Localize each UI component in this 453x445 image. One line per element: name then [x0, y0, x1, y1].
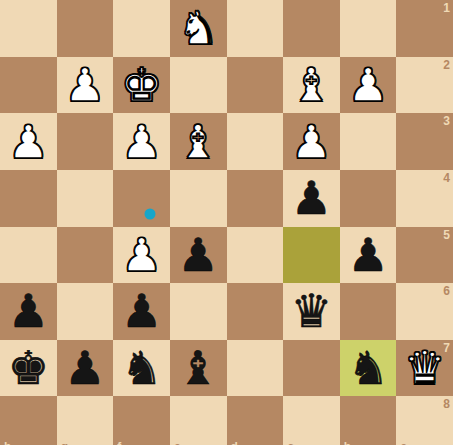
square-h7[interactable]: ♚ [0, 340, 57, 397]
square-d5[interactable] [227, 227, 284, 284]
square-h2[interactable] [0, 57, 57, 114]
square-g7[interactable]: ♟ [57, 340, 114, 397]
black-pawn-c4[interactable]: ♟ [291, 175, 332, 221]
square-g1[interactable] [57, 0, 114, 57]
square-e6[interactable] [170, 283, 227, 340]
file-label-f: f [117, 441, 121, 445]
file-label-c: c [287, 441, 294, 445]
square-b7[interactable]: ♞ [340, 340, 397, 397]
file-label-d: d [231, 441, 238, 445]
square-c5[interactable] [283, 227, 340, 284]
black-king-h7[interactable]: ♚ [8, 345, 49, 391]
square-c4[interactable]: ♟ [283, 170, 340, 227]
square-d3[interactable] [227, 113, 284, 170]
square-e2[interactable] [170, 57, 227, 114]
square-f1[interactable] [113, 0, 170, 57]
square-f8[interactable]: f [113, 396, 170, 445]
chess-board[interactable]: ♞1♟♚♝♟2♟♟♝♟3♟4♟♟♟5♟♟♛6♚♟♞♝♞7♛hgfedcb8a [0, 0, 453, 445]
square-f7[interactable]: ♞ [113, 340, 170, 397]
square-a8[interactable]: 8a [396, 396, 453, 445]
file-label-g: g [61, 441, 68, 445]
square-h5[interactable] [0, 227, 57, 284]
black-pawn-b5[interactable]: ♟ [347, 232, 388, 278]
square-c7[interactable] [283, 340, 340, 397]
square-b1[interactable] [340, 0, 397, 57]
white-pawn-h3[interactable]: ♟ [8, 119, 49, 165]
square-a7[interactable]: 7♛ [396, 340, 453, 397]
square-h3[interactable]: ♟ [0, 113, 57, 170]
square-b3[interactable] [340, 113, 397, 170]
rank-label-6: 6 [443, 285, 450, 297]
black-knight-f7[interactable]: ♞ [121, 345, 162, 391]
file-label-h: h [4, 441, 11, 445]
black-bishop-e7[interactable]: ♝ [178, 345, 219, 391]
square-h1[interactable] [0, 0, 57, 57]
white-pawn-f3[interactable]: ♟ [121, 119, 162, 165]
square-c3[interactable]: ♟ [283, 113, 340, 170]
white-king-f2[interactable]: ♚ [121, 62, 162, 108]
white-knight-e1[interactable]: ♞ [178, 5, 219, 51]
rank-label-2: 2 [443, 59, 450, 71]
square-b8[interactable]: b [340, 396, 397, 445]
square-e7[interactable]: ♝ [170, 340, 227, 397]
square-e1[interactable]: ♞ [170, 0, 227, 57]
white-bishop-c2[interactable]: ♝ [291, 62, 332, 108]
square-c2[interactable]: ♝ [283, 57, 340, 114]
white-pawn-b2[interactable]: ♟ [347, 62, 388, 108]
white-pawn-g2[interactable]: ♟ [64, 62, 105, 108]
move-hint-dot [145, 209, 156, 220]
square-a3[interactable]: 3 [396, 113, 453, 170]
square-a2[interactable]: 2 [396, 57, 453, 114]
square-c6[interactable]: ♛ [283, 283, 340, 340]
white-bishop-e3[interactable]: ♝ [178, 119, 219, 165]
rank-label-1: 1 [443, 2, 450, 14]
square-c8[interactable]: c [283, 396, 340, 445]
white-queen-a7[interactable]: ♛ [404, 345, 445, 391]
square-d1[interactable] [227, 0, 284, 57]
square-a5[interactable]: 5 [396, 227, 453, 284]
square-g5[interactable] [57, 227, 114, 284]
file-label-a: a [400, 441, 407, 445]
rank-label-8: 8 [443, 398, 450, 410]
square-b2[interactable]: ♟ [340, 57, 397, 114]
square-f3[interactable]: ♟ [113, 113, 170, 170]
square-b5[interactable]: ♟ [340, 227, 397, 284]
white-pawn-f5[interactable]: ♟ [121, 232, 162, 278]
square-e5[interactable]: ♟ [170, 227, 227, 284]
square-g6[interactable] [57, 283, 114, 340]
square-f4[interactable] [113, 170, 170, 227]
square-a1[interactable]: 1 [396, 0, 453, 57]
square-e8[interactable]: e [170, 396, 227, 445]
black-pawn-f6[interactable]: ♟ [121, 288, 162, 334]
square-b4[interactable] [340, 170, 397, 227]
square-d8[interactable]: d [227, 396, 284, 445]
square-h4[interactable] [0, 170, 57, 227]
black-queen-c6[interactable]: ♛ [291, 288, 332, 334]
square-d4[interactable] [227, 170, 284, 227]
rank-label-3: 3 [443, 115, 450, 127]
white-pawn-c3[interactable]: ♟ [291, 119, 332, 165]
square-a4[interactable]: 4 [396, 170, 453, 227]
black-pawn-h6[interactable]: ♟ [8, 288, 49, 334]
square-g4[interactable] [57, 170, 114, 227]
square-a6[interactable]: 6 [396, 283, 453, 340]
square-f2[interactable]: ♚ [113, 57, 170, 114]
rank-label-5: 5 [443, 229, 450, 241]
square-e3[interactable]: ♝ [170, 113, 227, 170]
square-f5[interactable]: ♟ [113, 227, 170, 284]
file-label-e: e [174, 441, 181, 445]
file-label-b: b [344, 441, 351, 445]
square-g2[interactable]: ♟ [57, 57, 114, 114]
square-g8[interactable]: g [57, 396, 114, 445]
square-c1[interactable] [283, 0, 340, 57]
square-d7[interactable] [227, 340, 284, 397]
square-d6[interactable] [227, 283, 284, 340]
rank-label-4: 4 [443, 172, 450, 184]
square-b6[interactable] [340, 283, 397, 340]
black-pawn-g7[interactable]: ♟ [64, 345, 105, 391]
square-h6[interactable]: ♟ [0, 283, 57, 340]
black-knight-b7[interactable]: ♞ [347, 345, 388, 391]
black-pawn-e5[interactable]: ♟ [178, 232, 219, 278]
square-f6[interactable]: ♟ [113, 283, 170, 340]
rank-label-7: 7 [443, 342, 450, 354]
square-h8[interactable]: h [0, 396, 57, 445]
square-d2[interactable] [227, 57, 284, 114]
square-e4[interactable] [170, 170, 227, 227]
square-g3[interactable] [57, 113, 114, 170]
